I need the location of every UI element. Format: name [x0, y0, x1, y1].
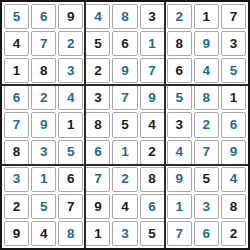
- cell-r4c5[interactable]: 7: [112, 85, 137, 110]
- cell-r6c4[interactable]: 6: [85, 140, 110, 165]
- cell-r7c2[interactable]: 1: [31, 167, 56, 192]
- cell-r2c9[interactable]: 3: [221, 31, 246, 56]
- cell-r5c5[interactable]: 5: [112, 112, 137, 137]
- cell-r4c6[interactable]: 9: [140, 85, 165, 110]
- cell-r8c1[interactable]: 2: [4, 194, 29, 219]
- cell-r6c9[interactable]: 9: [221, 140, 246, 165]
- cell-r5c9[interactable]: 6: [221, 112, 246, 137]
- cell-r2c6[interactable]: 1: [140, 31, 165, 56]
- cell-r7c8[interactable]: 5: [194, 167, 219, 192]
- cell-r9c9[interactable]: 2: [221, 221, 246, 246]
- cell-r8c3[interactable]: 7: [58, 194, 83, 219]
- cell-r2c2[interactable]: 7: [31, 31, 56, 56]
- cell-r6c1[interactable]: 8: [4, 140, 29, 165]
- cell-r3c4[interactable]: 2: [85, 58, 110, 83]
- cell-r9c3[interactable]: 8: [58, 221, 83, 246]
- cell-r8c6[interactable]: 6: [140, 194, 165, 219]
- cell-r7c5[interactable]: 2: [112, 167, 137, 192]
- cell-r8c9[interactable]: 8: [221, 194, 246, 219]
- cell-r8c7[interactable]: 1: [167, 194, 192, 219]
- cell-r6c2[interactable]: 3: [31, 140, 56, 165]
- cell-r1c5[interactable]: 8: [112, 4, 137, 29]
- cell-r3c1[interactable]: 1: [4, 58, 29, 83]
- cell-r4c9[interactable]: 1: [221, 85, 246, 110]
- sudoku-board: 5694832174725618931832976456243795817918…: [0, 0, 250, 250]
- cell-r9c4[interactable]: 1: [85, 221, 110, 246]
- cell-r1c6[interactable]: 3: [140, 4, 165, 29]
- cell-r8c8[interactable]: 3: [194, 194, 219, 219]
- cell-r7c7[interactable]: 9: [167, 167, 192, 192]
- cell-r2c8[interactable]: 9: [194, 31, 219, 56]
- cell-r2c1[interactable]: 4: [4, 31, 29, 56]
- cell-r4c8[interactable]: 8: [194, 85, 219, 110]
- cell-r1c3[interactable]: 9: [58, 4, 83, 29]
- cell-r9c2[interactable]: 4: [31, 221, 56, 246]
- cell-r6c5[interactable]: 1: [112, 140, 137, 165]
- cell-r3c7[interactable]: 6: [167, 58, 192, 83]
- cell-r1c2[interactable]: 6: [31, 4, 56, 29]
- cell-r9c6[interactable]: 5: [140, 221, 165, 246]
- cell-r7c3[interactable]: 6: [58, 167, 83, 192]
- cell-r3c2[interactable]: 8: [31, 58, 56, 83]
- cell-r1c1[interactable]: 5: [4, 4, 29, 29]
- cell-r5c2[interactable]: 9: [31, 112, 56, 137]
- cell-r4c7[interactable]: 5: [167, 85, 192, 110]
- cell-r6c3[interactable]: 5: [58, 140, 83, 165]
- cell-r9c5[interactable]: 3: [112, 221, 137, 246]
- cell-r7c6[interactable]: 8: [140, 167, 165, 192]
- cell-r1c4[interactable]: 4: [85, 4, 110, 29]
- cell-r8c4[interactable]: 9: [85, 194, 110, 219]
- cell-r3c8[interactable]: 4: [194, 58, 219, 83]
- cell-r3c6[interactable]: 7: [140, 58, 165, 83]
- cell-r4c3[interactable]: 4: [58, 85, 83, 110]
- cell-r4c4[interactable]: 3: [85, 85, 110, 110]
- cell-r5c7[interactable]: 3: [167, 112, 192, 137]
- cell-r3c3[interactable]: 3: [58, 58, 83, 83]
- cell-r5c3[interactable]: 1: [58, 112, 83, 137]
- cell-r9c1[interactable]: 9: [4, 221, 29, 246]
- cell-r2c7[interactable]: 8: [167, 31, 192, 56]
- cell-r9c7[interactable]: 7: [167, 221, 192, 246]
- cell-r1c9[interactable]: 7: [221, 4, 246, 29]
- cell-r6c6[interactable]: 2: [140, 140, 165, 165]
- cell-r7c4[interactable]: 7: [85, 167, 110, 192]
- cell-r2c3[interactable]: 2: [58, 31, 83, 56]
- cell-r9c8[interactable]: 6: [194, 221, 219, 246]
- cell-r5c6[interactable]: 4: [140, 112, 165, 137]
- cell-r7c1[interactable]: 3: [4, 167, 29, 192]
- cell-r5c4[interactable]: 8: [85, 112, 110, 137]
- cell-r5c8[interactable]: 2: [194, 112, 219, 137]
- cell-r6c7[interactable]: 4: [167, 140, 192, 165]
- cell-r4c2[interactable]: 2: [31, 85, 56, 110]
- cell-r6c8[interactable]: 7: [194, 140, 219, 165]
- cell-r7c9[interactable]: 4: [221, 167, 246, 192]
- cell-r3c5[interactable]: 9: [112, 58, 137, 83]
- cell-r8c2[interactable]: 5: [31, 194, 56, 219]
- cell-r4c1[interactable]: 6: [4, 85, 29, 110]
- cell-r8c5[interactable]: 4: [112, 194, 137, 219]
- cell-r5c1[interactable]: 7: [4, 112, 29, 137]
- cell-r1c7[interactable]: 2: [167, 4, 192, 29]
- cell-r3c9[interactable]: 5: [221, 58, 246, 83]
- cell-r2c4[interactable]: 5: [85, 31, 110, 56]
- cell-r1c8[interactable]: 1: [194, 4, 219, 29]
- cell-r2c5[interactable]: 6: [112, 31, 137, 56]
